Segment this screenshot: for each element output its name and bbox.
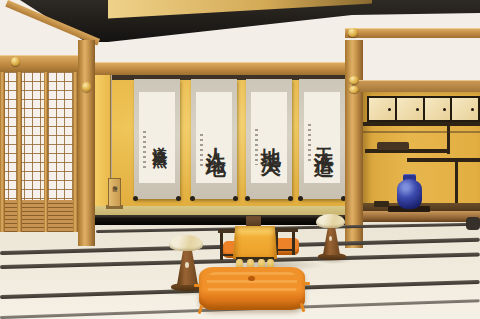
zabuton-cushion xyxy=(199,267,305,310)
small-tray xyxy=(374,201,389,207)
cabinet-pull-icon xyxy=(416,108,419,111)
blue-vase xyxy=(397,179,422,209)
scroll-calligraphy: 道法自然 xyxy=(152,135,167,143)
tenbukuro-cabinet xyxy=(367,96,480,122)
cabinet-pull-icon xyxy=(471,108,474,111)
staggered-shelf-lower xyxy=(407,158,480,162)
armrest-cutout xyxy=(185,262,189,268)
armrest-pad-right xyxy=(316,214,345,228)
armrest-pad-left xyxy=(169,235,203,251)
hanging-scroll-1: 道法自然 xyxy=(134,79,180,199)
right-nageshi-beam xyxy=(345,28,480,38)
scroll-signature xyxy=(308,124,311,164)
shoji-stile xyxy=(44,72,48,232)
scroll-calligraphy: 地法天 xyxy=(261,132,281,147)
scroll-calligraphy: 天法道 xyxy=(314,132,334,147)
scroll-signature xyxy=(255,129,258,165)
shoji-stile xyxy=(17,72,22,232)
right-pillar xyxy=(345,40,363,248)
hanging-scroll-3: 地法天 xyxy=(246,79,292,199)
komadai-leg xyxy=(292,232,295,255)
zabuton-center-knot xyxy=(248,276,255,281)
cabinet-pull-icon xyxy=(388,108,391,111)
komadai-right xyxy=(273,228,298,255)
shogi-board-cover-cloth xyxy=(233,226,277,259)
zabuton-tassel xyxy=(194,284,202,287)
cabinet-pull-icon xyxy=(443,108,446,111)
scroll-signature xyxy=(200,134,203,169)
scroll-signature xyxy=(143,131,146,169)
shogi-match-room-photo: 道法自然 人法地 地法天 天法道 御上段 xyxy=(0,0,480,319)
scroll-calligraphy: 人法地 xyxy=(206,132,226,147)
armrest-cutout xyxy=(329,236,332,241)
shoji-lower-slats xyxy=(0,200,78,232)
dark-object xyxy=(466,217,480,230)
cabinet-door xyxy=(425,98,451,120)
kugikakushi-ornament-icon xyxy=(348,28,358,37)
shelf-object xyxy=(377,142,409,150)
cabinet-door xyxy=(369,98,395,120)
right-alcove-beam xyxy=(352,80,480,92)
shelf-rail xyxy=(363,131,480,133)
komadai-stretcher xyxy=(275,249,295,251)
sign-plaque: 御上段 xyxy=(108,178,121,207)
left-pillar xyxy=(78,40,95,246)
hanging-scroll-2: 人法地 xyxy=(191,79,237,199)
cabinet-door xyxy=(397,98,423,120)
kugikakushi-ornament-icon xyxy=(349,76,359,84)
zabuton-tassel xyxy=(302,282,310,285)
kugikakushi-ornament-icon xyxy=(349,86,359,93)
alcove-front-edge xyxy=(363,211,480,222)
kugikakushi-ornament-icon xyxy=(11,57,20,66)
shoji-stile xyxy=(0,72,5,232)
cabinet-bottom-shelf xyxy=(363,122,480,126)
cabinet-door xyxy=(452,98,478,120)
kugikakushi-ornament-icon xyxy=(82,82,91,92)
alcove-header-beam xyxy=(95,62,363,75)
hanging-scroll-4: 天法道 xyxy=(299,79,345,199)
shelf-support xyxy=(455,162,458,208)
